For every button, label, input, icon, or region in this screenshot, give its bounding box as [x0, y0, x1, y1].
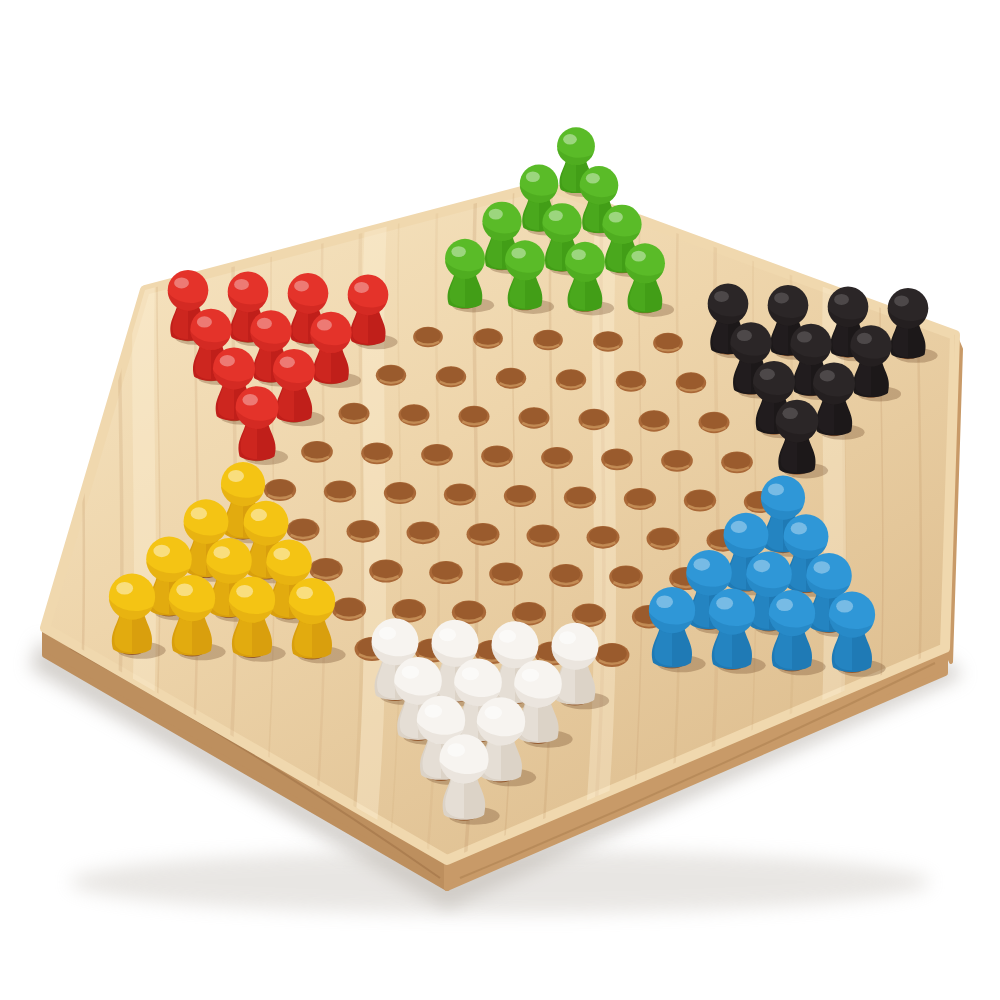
- hole-6-8[interactable]: [616, 371, 646, 392]
- peg-highlight: [176, 583, 193, 596]
- peg-highlight: [836, 600, 853, 613]
- hole-bore: [469, 523, 497, 542]
- peg-highlight: [273, 548, 290, 560]
- hole-8-7[interactable]: [601, 448, 633, 470]
- hole-7-8[interactable]: [638, 410, 669, 431]
- peg-highlight: [894, 295, 909, 306]
- hole-9-7[interactable]: [624, 488, 656, 510]
- peg-highlight: [791, 522, 807, 534]
- peg-highlight: [447, 743, 465, 756]
- hole-11-6[interactable]: [489, 562, 523, 585]
- peg-highlight: [753, 560, 770, 572]
- hole-11-4[interactable]: [369, 559, 403, 582]
- peg-highlight: [296, 586, 313, 599]
- hole-bore: [395, 600, 424, 619]
- peg-highlight: [489, 209, 503, 220]
- hole-9-1[interactable]: [264, 479, 296, 501]
- hole-bore: [415, 327, 440, 344]
- peg-highlight: [485, 706, 503, 719]
- hole-bore: [438, 367, 464, 384]
- hole-bore: [535, 330, 560, 347]
- hole-7-7[interactable]: [578, 409, 609, 430]
- hole-bore: [484, 446, 511, 464]
- peg-highlight: [228, 470, 244, 482]
- peg-highlight: [522, 669, 539, 682]
- peg-highlight: [462, 667, 479, 680]
- hole-5-9[interactable]: [653, 333, 683, 353]
- hole-bore: [446, 484, 473, 502]
- peg-highlight: [820, 370, 835, 381]
- hole-9-6[interactable]: [564, 486, 596, 508]
- peg-highlight: [631, 251, 646, 262]
- hole-8-6[interactable]: [541, 447, 573, 469]
- hole-bore: [649, 528, 677, 547]
- peg-highlight: [768, 484, 784, 496]
- peg-highlight: [213, 546, 230, 558]
- hole-6-6[interactable]: [496, 368, 526, 389]
- hole-7-6[interactable]: [518, 407, 549, 428]
- hole-bore: [364, 443, 391, 461]
- hole-bore: [498, 368, 524, 385]
- hole-bore: [626, 488, 653, 506]
- peg-highlight: [451, 246, 466, 257]
- peg-highlight: [317, 319, 332, 330]
- hole-bore: [326, 481, 353, 499]
- hole-bore: [544, 447, 571, 465]
- hole-bore: [581, 409, 607, 426]
- hole-bore: [678, 373, 704, 390]
- hole-13-9[interactable]: [595, 643, 630, 667]
- peg-highlight: [774, 292, 789, 303]
- hole-bore: [409, 522, 437, 541]
- peg-highlight: [559, 631, 576, 644]
- hole-7-5[interactable]: [458, 406, 489, 427]
- peg-highlight: [234, 279, 249, 290]
- hole-11-7[interactable]: [549, 564, 583, 587]
- hole-5-8[interactable]: [593, 331, 623, 351]
- peg-highlight: [251, 509, 267, 521]
- peg-highlight: [402, 666, 419, 679]
- hole-bore: [378, 365, 404, 382]
- hole-bore: [386, 482, 413, 500]
- peg-highlight: [499, 630, 516, 643]
- peg-highlight: [693, 558, 710, 570]
- hole-7-3[interactable]: [338, 403, 369, 424]
- hole-bore: [475, 329, 500, 346]
- peg-highlight: [571, 249, 586, 260]
- peg-highlight: [834, 294, 849, 305]
- peg-highlight: [354, 282, 369, 293]
- hole-8-2[interactable]: [301, 441, 333, 463]
- hole-bore: [604, 449, 631, 467]
- peg-highlight: [731, 521, 747, 533]
- peg-highlight: [257, 318, 272, 329]
- hole-bore: [289, 519, 317, 538]
- chinese-checkers-product-photo: [0, 0, 1000, 1000]
- hole-bore: [641, 411, 667, 428]
- hole-bore: [655, 333, 680, 350]
- hole-bore: [529, 525, 557, 544]
- hole-7-4[interactable]: [398, 404, 429, 425]
- hole-6-9[interactable]: [676, 372, 706, 393]
- hole-bore: [701, 412, 727, 429]
- hole-9-3[interactable]: [384, 482, 416, 504]
- hole-9-5[interactable]: [504, 485, 536, 507]
- peg-highlight: [439, 628, 456, 641]
- hole-5-6[interactable]: [473, 328, 503, 348]
- hole-bore: [618, 371, 644, 388]
- hole-bore: [575, 604, 604, 623]
- hole-bore: [341, 403, 367, 420]
- peg-highlight: [714, 291, 729, 302]
- hole-12-4[interactable]: [332, 598, 366, 622]
- peg-highlight: [609, 212, 623, 223]
- peg-highlight: [563, 134, 577, 144]
- hole-bore: [506, 485, 533, 503]
- hole-bore: [432, 561, 460, 580]
- peg-highlight: [236, 585, 253, 598]
- hole-bore: [401, 405, 427, 422]
- hole-bore: [372, 560, 400, 579]
- hole-8-3[interactable]: [361, 442, 393, 464]
- hole-8-4[interactable]: [421, 444, 453, 466]
- peg-highlight: [425, 705, 443, 718]
- peg-highlight: [220, 355, 235, 366]
- hole-bore: [455, 601, 484, 620]
- hole-bore: [566, 487, 593, 505]
- peg-highlight: [526, 171, 540, 182]
- hole-bore: [424, 444, 451, 462]
- hole-10-2[interactable]: [287, 518, 320, 541]
- peg-highlight: [586, 173, 600, 184]
- peg-highlight: [737, 330, 752, 341]
- hole-bore: [724, 452, 751, 470]
- peg-highlight: [857, 333, 872, 344]
- peg-highlight: [511, 248, 526, 259]
- hole-10-3[interactable]: [347, 520, 380, 543]
- hole-10-5[interactable]: [467, 523, 500, 546]
- hole-bore: [664, 450, 691, 468]
- hole-8-5[interactable]: [481, 445, 513, 467]
- hole-6-5[interactable]: [436, 366, 466, 387]
- peg-highlight: [280, 357, 295, 368]
- hole-6-7[interactable]: [556, 369, 586, 390]
- hole-bore: [515, 603, 544, 622]
- hole-9-4[interactable]: [444, 483, 476, 505]
- chinese-checkers-board: [0, 0, 1000, 1000]
- hole-6-4[interactable]: [376, 365, 406, 386]
- peg-highlight: [716, 597, 733, 610]
- hole-bore: [595, 332, 620, 349]
- peg-highlight: [656, 595, 673, 608]
- hole-7-9[interactable]: [698, 412, 729, 433]
- peg-highlight: [197, 316, 212, 327]
- peg-highlight: [760, 369, 775, 380]
- hole-bore: [612, 566, 640, 585]
- peg-highlight: [116, 582, 133, 595]
- hole-bore: [335, 598, 364, 617]
- hole-8-8[interactable]: [661, 450, 693, 472]
- hole-bore: [558, 370, 584, 387]
- peg-highlight: [153, 545, 170, 557]
- hole-11-5[interactable]: [429, 561, 463, 584]
- peg-highlight: [191, 507, 207, 519]
- hole-bore: [552, 564, 580, 583]
- hole-bore: [304, 441, 331, 459]
- hole-10-4[interactable]: [407, 521, 440, 544]
- peg-highlight: [242, 394, 258, 406]
- hole-bore: [312, 558, 340, 577]
- peg-highlight: [797, 331, 812, 342]
- hole-9-2[interactable]: [324, 480, 356, 502]
- hole-11-8[interactable]: [609, 565, 643, 588]
- peg-highlight: [776, 598, 793, 611]
- hole-9-8[interactable]: [684, 489, 716, 511]
- hole-bore: [597, 644, 626, 664]
- hole-11-3[interactable]: [309, 558, 343, 581]
- hole-bore: [461, 406, 487, 423]
- hole-bore: [349, 520, 377, 539]
- hole-10-8[interactable]: [647, 527, 680, 550]
- peg-highlight: [549, 210, 563, 221]
- hole-10-7[interactable]: [587, 526, 620, 549]
- hole-5-5[interactable]: [413, 327, 443, 347]
- peg-highlight: [813, 561, 830, 573]
- hole-bore: [589, 526, 617, 545]
- peg-highlight: [379, 627, 396, 640]
- peg-highlight: [294, 280, 309, 291]
- hole-5-7[interactable]: [533, 330, 563, 350]
- hole-10-6[interactable]: [527, 524, 560, 547]
- hole-8-9[interactable]: [721, 451, 753, 473]
- grain-line: [16, 140, 34, 920]
- hole-bore: [521, 408, 547, 425]
- hole-bore: [492, 563, 520, 582]
- hole-bore: [266, 479, 293, 497]
- peg-highlight: [782, 407, 798, 419]
- peg-highlight: [174, 277, 189, 288]
- hole-bore: [686, 490, 713, 508]
